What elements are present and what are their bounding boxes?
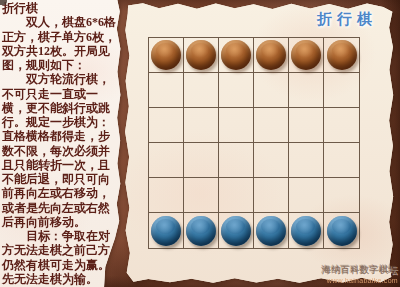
cell-r3c3[interactable] — [219, 108, 254, 143]
cell-r4c2[interactable] — [184, 143, 219, 178]
blue-piece[interactable] — [151, 216, 181, 246]
cell-r1c2[interactable] — [184, 38, 219, 73]
watermark-url: www.hainabaike.com — [322, 277, 398, 284]
cell-r4c6[interactable] — [324, 143, 359, 178]
watermark: 海纳百科数字棋坛 www.hainabaike.com — [322, 264, 398, 284]
cell-r3c2[interactable] — [184, 108, 219, 143]
cell-r1c6[interactable] — [324, 38, 359, 73]
game-title-overlay: 折行棋 — [317, 10, 377, 29]
blue-piece[interactable] — [291, 216, 321, 246]
cell-r4c5[interactable] — [289, 143, 324, 178]
cell-r6c1[interactable] — [149, 213, 184, 248]
cell-r2c5[interactable] — [289, 73, 324, 108]
page: 折行棋 双人，棋盘6*6格正方，棋子单方6枚，双方共12枚。开局见图，规则如下：… — [0, 0, 400, 287]
cell-r1c4[interactable] — [254, 38, 289, 73]
rules-panel-wrap: 折行棋 双人，棋盘6*6格正方，棋子单方6枚，双方共12枚。开局见图，规则如下：… — [0, 0, 121, 287]
cell-r6c6[interactable] — [324, 213, 359, 248]
watermark-text: 海纳百科数字棋坛 — [322, 264, 398, 277]
brown-piece[interactable] — [186, 40, 216, 70]
cell-r1c1[interactable] — [149, 38, 184, 73]
rules-paragraph-2: 双方轮流行棋，不可只走一直或一横，更不能斜行或跳行。规定一步棋为：直格横格都得走… — [2, 72, 118, 229]
cell-r3c6[interactable] — [324, 108, 359, 143]
brown-piece[interactable] — [151, 40, 181, 70]
brown-piece[interactable] — [291, 40, 321, 70]
blue-piece[interactable] — [256, 216, 286, 246]
cell-r1c5[interactable] — [289, 38, 324, 73]
cell-r5c6[interactable] — [324, 178, 359, 213]
rules-title: 折行棋 — [2, 1, 118, 15]
cell-r6c5[interactable] — [289, 213, 324, 248]
rules-panel: 折行棋 双人，棋盘6*6格正方，棋子单方6枚，双方共12枚。开局见图，规则如下：… — [0, 0, 121, 287]
blue-piece[interactable] — [186, 216, 216, 246]
cell-r5c3[interactable] — [219, 178, 254, 213]
rules-paragraph-1: 双人，棋盘6*6格正方，棋子单方6枚，双方共12枚。开局见图，规则如下： — [2, 15, 118, 72]
brown-piece[interactable] — [327, 40, 357, 70]
cell-r3c1[interactable] — [149, 108, 184, 143]
cell-r4c1[interactable] — [149, 143, 184, 178]
cell-r2c4[interactable] — [254, 73, 289, 108]
cell-r6c2[interactable] — [184, 213, 219, 248]
cell-r4c4[interactable] — [254, 143, 289, 178]
blue-piece[interactable] — [221, 216, 251, 246]
brown-piece[interactable] — [221, 40, 251, 70]
cell-r3c5[interactable] — [289, 108, 324, 143]
cell-r2c3[interactable] — [219, 73, 254, 108]
cell-r5c5[interactable] — [289, 178, 324, 213]
cell-r2c2[interactable] — [184, 73, 219, 108]
rules-paragraph-3: 目标：争取在对方无法走棋之前己方仍然有棋可走为赢。先无法走棋为输。 — [2, 229, 118, 286]
cell-r5c4[interactable] — [254, 178, 289, 213]
cell-r3c4[interactable] — [254, 108, 289, 143]
cell-r4c3[interactable] — [219, 143, 254, 178]
brown-piece[interactable] — [256, 40, 286, 70]
cell-r2c1[interactable] — [149, 73, 184, 108]
cell-r1c3[interactable] — [219, 38, 254, 73]
cell-r6c3[interactable] — [219, 213, 254, 248]
cell-r6c4[interactable] — [254, 213, 289, 248]
cell-r2c6[interactable] — [324, 73, 359, 108]
cell-r5c1[interactable] — [149, 178, 184, 213]
cell-r5c2[interactable] — [184, 178, 219, 213]
blue-piece[interactable] — [327, 216, 357, 246]
board — [148, 37, 360, 249]
